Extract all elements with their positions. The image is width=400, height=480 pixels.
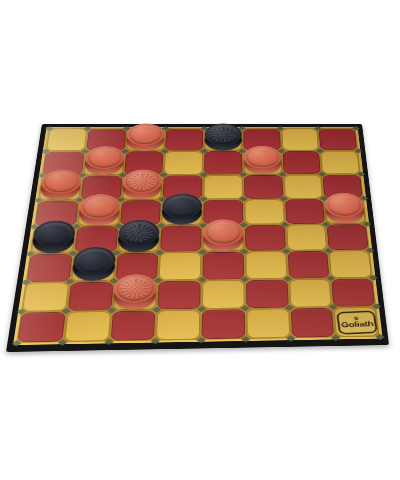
checker-top-face — [243, 146, 281, 169]
square-r6c4[interactable] — [159, 252, 201, 279]
red-checker-r2c6[interactable] — [243, 146, 282, 174]
black-checker-r4c4[interactable] — [162, 194, 203, 225]
red-checker-r2c2[interactable] — [83, 146, 124, 175]
square-r5c7[interactable] — [286, 225, 327, 251]
checkers-board: ♛ Goliath — [6, 124, 389, 352]
square-r7c5[interactable] — [202, 280, 244, 309]
square-r4c7[interactable] — [285, 199, 325, 224]
square-r8c5[interactable] — [202, 309, 245, 339]
square-r8c4[interactable] — [156, 310, 200, 340]
square-r8c1[interactable] — [17, 312, 65, 342]
square-r7c6[interactable] — [246, 279, 289, 307]
square-r2c4[interactable] — [164, 151, 203, 174]
red-checker-r4c8[interactable] — [324, 193, 366, 224]
square-r6c5[interactable] — [203, 252, 244, 279]
square-r7c7[interactable] — [289, 279, 332, 307]
square-r1c7[interactable] — [281, 129, 319, 151]
red-checker-r1c3[interactable] — [126, 123, 165, 151]
square-r6c1[interactable] — [26, 254, 72, 282]
square-r8c3[interactable] — [110, 310, 155, 340]
checker-top-face — [203, 219, 244, 245]
red-checker-r5c5[interactable] — [203, 219, 244, 252]
square-r7c4[interactable] — [158, 281, 201, 310]
red-checker-r7c3[interactable] — [113, 274, 158, 310]
red-checker-r3c3[interactable] — [122, 170, 163, 200]
board-surface: ♛ Goliath — [13, 127, 383, 345]
square-r1c8[interactable] — [319, 129, 357, 151]
square-r6c6[interactable] — [245, 252, 287, 279]
square-r5c4[interactable] — [160, 226, 201, 252]
square-r5c6[interactable] — [245, 225, 286, 251]
square-r7c1[interactable] — [22, 282, 69, 311]
square-r8c2[interactable] — [64, 311, 111, 341]
square-r8c6[interactable] — [246, 308, 290, 338]
square-r1c4[interactable] — [165, 129, 203, 151]
square-r7c8[interactable] — [331, 278, 375, 306]
square-r6c7[interactable] — [287, 251, 329, 278]
square-r3c6[interactable] — [244, 175, 283, 199]
square-r3c5[interactable] — [204, 175, 243, 199]
square-r8c7[interactable] — [290, 308, 334, 338]
square-r2c7[interactable] — [282, 151, 321, 174]
black-checker-r1c5[interactable] — [204, 123, 242, 150]
black-checker-r6c2[interactable] — [71, 247, 116, 281]
goliath-logo-text: Goliath — [341, 320, 374, 328]
square-r3c7[interactable] — [283, 175, 323, 199]
red-checker-r3c1[interactable] — [39, 170, 83, 200]
red-checker-r4c2[interactable] — [77, 194, 120, 225]
square-r6c8[interactable] — [329, 251, 372, 278]
square-r1c1[interactable] — [46, 129, 87, 151]
square-r4c6[interactable] — [244, 199, 284, 224]
black-checker-r5c1[interactable] — [31, 220, 77, 253]
square-r2c8[interactable] — [321, 151, 360, 174]
square-r5c8[interactable] — [327, 224, 369, 250]
square-r2c5[interactable] — [204, 151, 242, 174]
goliath-logo: ♛ Goliath — [336, 310, 378, 334]
product-photo-scene: ♛ Goliath — [0, 0, 400, 480]
black-checker-r5c3[interactable] — [117, 220, 160, 253]
square-r7c2[interactable] — [67, 282, 113, 311]
checker-top-face — [204, 123, 241, 145]
